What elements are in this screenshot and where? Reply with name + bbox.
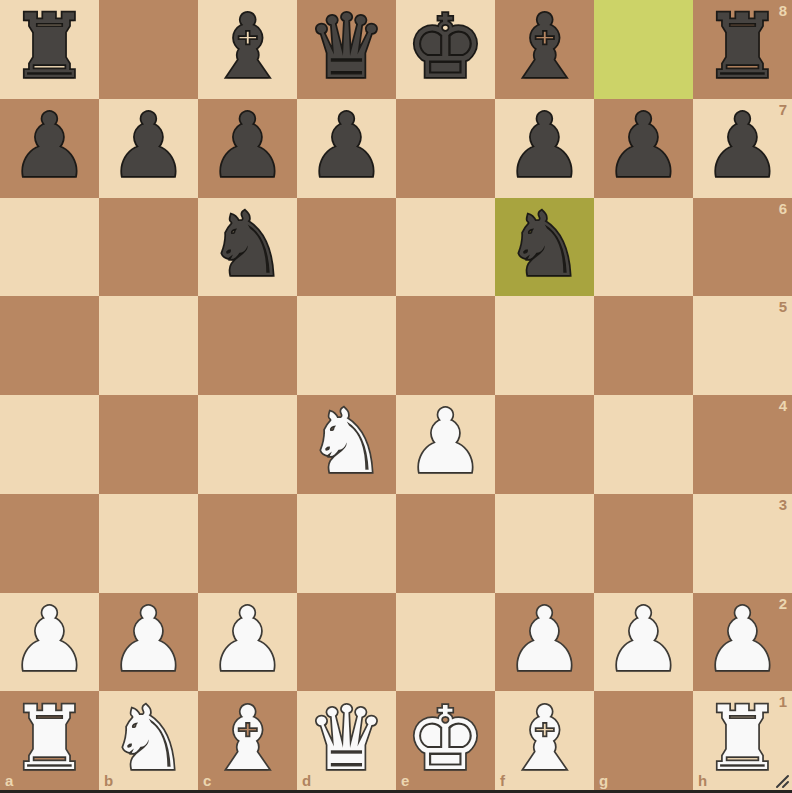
square-b7[interactable]: ♟ — [99, 99, 198, 198]
square-b2[interactable]: ♟ — [99, 593, 198, 692]
square-d8[interactable]: ♛ — [297, 0, 396, 99]
square-a2[interactable]: ♟ — [0, 593, 99, 692]
piece-black-bishop-c8[interactable]: ♝ — [208, 3, 287, 91]
square-h7[interactable]: 7♟ — [693, 99, 792, 198]
square-b4[interactable] — [99, 395, 198, 494]
square-d1[interactable]: d♛ — [297, 691, 396, 790]
rank-label-6: 6 — [779, 201, 787, 216]
piece-black-pawn-b7[interactable]: ♟ — [109, 102, 188, 190]
board-resize-handle-icon[interactable] — [772, 771, 790, 789]
piece-white-pawn-c2[interactable]: ♟ — [208, 596, 287, 684]
square-e7[interactable] — [396, 99, 495, 198]
square-f1[interactable]: f♝ — [495, 691, 594, 790]
square-e6[interactable] — [396, 198, 495, 297]
square-b1[interactable]: b♞ — [99, 691, 198, 790]
square-c4[interactable] — [198, 395, 297, 494]
piece-black-pawn-a7[interactable]: ♟ — [10, 102, 89, 190]
chess-board-container: ♜♝♛♚♝8♜♟♟♟♟♟♟7♟♞♞65♞♟43♟♟♟♟♟2♟a♜b♞c♝d♛e♚… — [0, 0, 792, 793]
square-a5[interactable] — [0, 296, 99, 395]
square-d3[interactable] — [297, 494, 396, 593]
square-e2[interactable] — [396, 593, 495, 692]
rank-label-4: 4 — [779, 398, 787, 413]
square-b6[interactable] — [99, 198, 198, 297]
square-c7[interactable]: ♟ — [198, 99, 297, 198]
square-f5[interactable] — [495, 296, 594, 395]
square-a6[interactable] — [0, 198, 99, 297]
square-f3[interactable] — [495, 494, 594, 593]
square-f6[interactable]: ♞ — [495, 198, 594, 297]
square-g1[interactable]: g — [594, 691, 693, 790]
chess-board: ♜♝♛♚♝8♜♟♟♟♟♟♟7♟♞♞65♞♟43♟♟♟♟♟2♟a♜b♞c♝d♛e♚… — [0, 0, 792, 790]
piece-white-bishop-c1[interactable]: ♝ — [208, 695, 287, 783]
square-b5[interactable] — [99, 296, 198, 395]
square-c6[interactable]: ♞ — [198, 198, 297, 297]
square-b3[interactable] — [99, 494, 198, 593]
rank-label-3: 3 — [779, 497, 787, 512]
piece-white-pawn-b2[interactable]: ♟ — [109, 596, 188, 684]
square-e4[interactable]: ♟ — [396, 395, 495, 494]
square-f7[interactable]: ♟ — [495, 99, 594, 198]
piece-white-knight-d4[interactable]: ♞ — [307, 398, 386, 486]
square-h4[interactable]: 4 — [693, 395, 792, 494]
square-d4[interactable]: ♞ — [297, 395, 396, 494]
square-g8[interactable] — [594, 0, 693, 99]
piece-black-pawn-h7[interactable]: ♟ — [703, 102, 782, 190]
square-h5[interactable]: 5 — [693, 296, 792, 395]
square-g6[interactable] — [594, 198, 693, 297]
square-e3[interactable] — [396, 494, 495, 593]
square-g7[interactable]: ♟ — [594, 99, 693, 198]
square-f8[interactable]: ♝ — [495, 0, 594, 99]
piece-white-pawn-e4[interactable]: ♟ — [406, 398, 485, 486]
square-d7[interactable]: ♟ — [297, 99, 396, 198]
square-g4[interactable] — [594, 395, 693, 494]
piece-black-king-e8[interactable]: ♚ — [406, 3, 485, 91]
piece-white-knight-b1[interactable]: ♞ — [109, 695, 188, 783]
square-a8[interactable]: ♜ — [0, 0, 99, 99]
square-c3[interactable] — [198, 494, 297, 593]
piece-white-pawn-a2[interactable]: ♟ — [10, 596, 89, 684]
square-c8[interactable]: ♝ — [198, 0, 297, 99]
piece-white-pawn-h2[interactable]: ♟ — [703, 596, 782, 684]
piece-white-king-e1[interactable]: ♚ — [406, 695, 485, 783]
piece-white-bishop-f1[interactable]: ♝ — [505, 695, 584, 783]
square-h2[interactable]: 2♟ — [693, 593, 792, 692]
square-d6[interactable] — [297, 198, 396, 297]
piece-black-knight-f6[interactable]: ♞ — [505, 201, 584, 289]
piece-white-rook-h1[interactable]: ♜ — [703, 695, 782, 783]
square-c2[interactable]: ♟ — [198, 593, 297, 692]
square-f4[interactable] — [495, 395, 594, 494]
rank-label-5: 5 — [779, 299, 787, 314]
square-g3[interactable] — [594, 494, 693, 593]
square-h3[interactable]: 3 — [693, 494, 792, 593]
piece-white-queen-d1[interactable]: ♛ — [307, 695, 386, 783]
piece-black-pawn-d7[interactable]: ♟ — [307, 102, 386, 190]
piece-black-pawn-g7[interactable]: ♟ — [604, 102, 683, 190]
piece-white-pawn-f2[interactable]: ♟ — [505, 596, 584, 684]
square-e8[interactable]: ♚ — [396, 0, 495, 99]
square-e1[interactable]: e♚ — [396, 691, 495, 790]
piece-black-rook-h8[interactable]: ♜ — [703, 3, 782, 91]
square-h8[interactable]: 8♜ — [693, 0, 792, 99]
file-label-g: g — [599, 773, 608, 788]
square-d2[interactable] — [297, 593, 396, 692]
square-a1[interactable]: a♜ — [0, 691, 99, 790]
square-e5[interactable] — [396, 296, 495, 395]
square-h6[interactable]: 6 — [693, 198, 792, 297]
piece-white-pawn-g2[interactable]: ♟ — [604, 596, 683, 684]
square-c1[interactable]: c♝ — [198, 691, 297, 790]
square-d5[interactable] — [297, 296, 396, 395]
square-a4[interactable] — [0, 395, 99, 494]
square-a3[interactable] — [0, 494, 99, 593]
piece-black-pawn-f7[interactable]: ♟ — [505, 102, 584, 190]
square-b8[interactable] — [99, 0, 198, 99]
piece-black-rook-a8[interactable]: ♜ — [10, 3, 89, 91]
piece-black-pawn-c7[interactable]: ♟ — [208, 102, 287, 190]
piece-black-queen-d8[interactable]: ♛ — [307, 3, 386, 91]
square-g2[interactable]: ♟ — [594, 593, 693, 692]
square-c5[interactable] — [198, 296, 297, 395]
square-g5[interactable] — [594, 296, 693, 395]
piece-black-knight-c6[interactable]: ♞ — [208, 201, 287, 289]
piece-white-rook-a1[interactable]: ♜ — [10, 695, 89, 783]
square-f2[interactable]: ♟ — [495, 593, 594, 692]
piece-black-bishop-f8[interactable]: ♝ — [505, 3, 584, 91]
square-a7[interactable]: ♟ — [0, 99, 99, 198]
